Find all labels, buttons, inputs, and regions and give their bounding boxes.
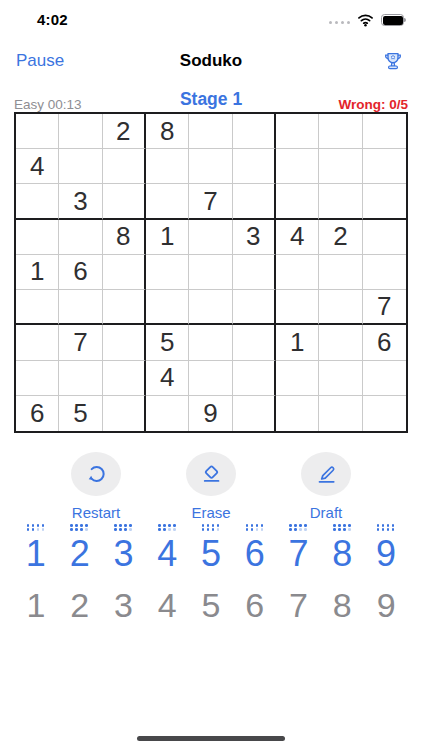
numpad-digit-6[interactable]: 6 bbox=[233, 524, 277, 572]
grid-cell-r2c3[interactable] bbox=[103, 149, 146, 184]
remaining-dots bbox=[246, 524, 265, 533]
trophy-button[interactable] bbox=[381, 48, 407, 76]
remaining-dots bbox=[202, 524, 221, 533]
sudoku-board: 284378134216775164659 bbox=[14, 112, 408, 433]
grid-cell-r9c3[interactable] bbox=[103, 396, 146, 431]
grid-cell-r4c5[interactable] bbox=[189, 220, 232, 255]
grid-cell-r4c2[interactable] bbox=[59, 220, 102, 255]
grid-cell-r1c5[interactable] bbox=[189, 114, 232, 149]
grid-cell-r7c5[interactable] bbox=[189, 325, 232, 360]
grid-cell-r3c9[interactable] bbox=[363, 184, 406, 219]
restart-icon bbox=[83, 461, 110, 488]
wifi-icon bbox=[356, 13, 375, 27]
grid-cell-r5c8[interactable] bbox=[319, 255, 362, 290]
remaining-dots bbox=[27, 524, 46, 533]
grid-cell-r3c6[interactable] bbox=[233, 184, 276, 219]
grid-cell-r7c3[interactable] bbox=[103, 325, 146, 360]
numpad-inactive-digit-5[interactable]: 5 bbox=[189, 588, 233, 622]
grid-cell-r8c3[interactable] bbox=[103, 361, 146, 396]
grid-cell-r2c1[interactable]: 4 bbox=[16, 149, 59, 184]
erase-button[interactable]: Erase bbox=[171, 452, 251, 521]
remaining-dots bbox=[70, 524, 89, 533]
grid-cell-r6c6[interactable] bbox=[233, 290, 276, 325]
remaining-dots bbox=[377, 524, 396, 533]
grid-cell-r7c2[interactable]: 7 bbox=[59, 325, 102, 360]
grid-cell-r6c7[interactable] bbox=[276, 290, 319, 325]
grid-cell-r1c8[interactable] bbox=[319, 114, 362, 149]
grid-cell-r2c5[interactable] bbox=[189, 149, 232, 184]
numpad-digit-7[interactable]: 7 bbox=[277, 524, 321, 572]
grid-cell-r9c7[interactable] bbox=[276, 396, 319, 431]
home-indicator[interactable] bbox=[137, 736, 285, 741]
numpad-digit-1[interactable]: 1 bbox=[14, 524, 58, 572]
grid-cell-r4c8[interactable]: 2 bbox=[319, 220, 362, 255]
grid-cell-r9c9[interactable] bbox=[363, 396, 406, 431]
grid-cell-r2c7[interactable] bbox=[276, 149, 319, 184]
grid-cell-r7c9[interactable]: 6 bbox=[363, 325, 406, 360]
grid-cell-r9c2[interactable]: 5 bbox=[59, 396, 102, 431]
numpad-digit-2[interactable]: 2 bbox=[58, 524, 102, 572]
numpad-digit-4[interactable]: 4 bbox=[145, 524, 189, 572]
grid-cell-r1c9[interactable] bbox=[363, 114, 406, 149]
erase-label: Erase bbox=[191, 504, 230, 521]
grid-cell-r1c4[interactable]: 8 bbox=[146, 114, 189, 149]
eraser-icon bbox=[198, 461, 225, 488]
draft-label: Draft bbox=[310, 504, 343, 521]
grid-cell-r3c2[interactable]: 3 bbox=[59, 184, 102, 219]
trophy-icon bbox=[381, 48, 405, 74]
grid-cell-r3c3[interactable] bbox=[103, 184, 146, 219]
numpad-inactive-digit-4[interactable]: 4 bbox=[145, 588, 189, 622]
cellular-dots-icon bbox=[329, 17, 350, 24]
grid-cell-r7c7[interactable]: 1 bbox=[276, 325, 319, 360]
grid-cell-r9c6[interactable] bbox=[233, 396, 276, 431]
grid-cell-r6c3[interactable] bbox=[103, 290, 146, 325]
grid-cell-r8c2[interactable] bbox=[59, 361, 102, 396]
grid-cell-r7c6[interactable] bbox=[233, 325, 276, 360]
grid-cell-r1c1[interactable] bbox=[16, 114, 59, 149]
battery-icon bbox=[381, 14, 406, 26]
sudoku-app-screen: 4:02 Pause Soduko bbox=[0, 0, 422, 750]
numpad-inactive-digit-9[interactable]: 9 bbox=[364, 588, 408, 622]
grid-cell-r6c4[interactable] bbox=[146, 290, 189, 325]
grid-cell-r9c5[interactable]: 9 bbox=[189, 396, 232, 431]
remaining-dots bbox=[333, 524, 352, 533]
grid-cell-r5c9[interactable] bbox=[363, 255, 406, 290]
grid-cell-r9c4[interactable] bbox=[146, 396, 189, 431]
remaining-dots bbox=[289, 524, 308, 533]
grid-cell-r4c4[interactable]: 1 bbox=[146, 220, 189, 255]
grid-cell-r5c3[interactable] bbox=[103, 255, 146, 290]
status-bar: 4:02 bbox=[0, 0, 422, 44]
grid-cell-r8c9[interactable] bbox=[363, 361, 406, 396]
grid-cell-r8c5[interactable] bbox=[189, 361, 232, 396]
grid-cell-r4c9[interactable] bbox=[363, 220, 406, 255]
grid-cell-r8c4[interactable]: 4 bbox=[146, 361, 189, 396]
numpad-digit-3[interactable]: 3 bbox=[102, 524, 146, 572]
grid-cell-r3c5[interactable]: 7 bbox=[189, 184, 232, 219]
grid-cell-r1c7[interactable] bbox=[276, 114, 319, 149]
grid-cell-r2c8[interactable] bbox=[319, 149, 362, 184]
grid-cell-r5c4[interactable] bbox=[146, 255, 189, 290]
numpad-active: 123456789 bbox=[14, 524, 408, 572]
grid-cell-r3c8[interactable] bbox=[319, 184, 362, 219]
grid-cell-r5c1[interactable]: 1 bbox=[16, 255, 59, 290]
grid-cell-r2c6[interactable] bbox=[233, 149, 276, 184]
grid-cell-r5c6[interactable] bbox=[233, 255, 276, 290]
numpad-inactive-digit-6[interactable]: 6 bbox=[233, 588, 277, 622]
remaining-dots bbox=[114, 524, 133, 533]
grid-cell-r6c2[interactable] bbox=[59, 290, 102, 325]
grid-cell-r7c1[interactable] bbox=[16, 325, 59, 360]
numpad-inactive-digit-3[interactable]: 3 bbox=[102, 588, 146, 622]
grid-cell-r2c2[interactable] bbox=[59, 149, 102, 184]
grid-cell-r1c3[interactable]: 2 bbox=[103, 114, 146, 149]
grid-cell-r6c8[interactable] bbox=[319, 290, 362, 325]
grid-cell-r3c1[interactable] bbox=[16, 184, 59, 219]
numpad-digit-5[interactable]: 5 bbox=[189, 524, 233, 572]
grid-cell-r3c7[interactable] bbox=[276, 184, 319, 219]
nav-bar: Pause Soduko bbox=[0, 44, 422, 80]
grid-cell-r9c8[interactable] bbox=[319, 396, 362, 431]
grid-cell-r1c6[interactable] bbox=[233, 114, 276, 149]
restart-label: Restart bbox=[72, 504, 120, 521]
grid-cell-r2c4[interactable] bbox=[146, 149, 189, 184]
numpad-inactive-digit-7[interactable]: 7 bbox=[277, 588, 321, 622]
grid-cell-r8c7[interactable] bbox=[276, 361, 319, 396]
grid-cell-r7c8[interactable] bbox=[319, 325, 362, 360]
grid-cell-r6c5[interactable] bbox=[189, 290, 232, 325]
page-title: Soduko bbox=[0, 51, 422, 71]
grid-cell-r4c6[interactable]: 3 bbox=[233, 220, 276, 255]
action-bar: Restart Erase Draft bbox=[56, 452, 366, 521]
draft-button[interactable]: Draft bbox=[286, 452, 366, 521]
grid-cell-r8c8[interactable] bbox=[319, 361, 362, 396]
grid-cell-r8c1[interactable] bbox=[16, 361, 59, 396]
grid-cell-r4c3[interactable]: 8 bbox=[103, 220, 146, 255]
wrong-counter: Wrong: 0/5 bbox=[338, 97, 408, 112]
clock-time: 4:02 bbox=[37, 11, 68, 28]
pencil-icon bbox=[313, 461, 340, 488]
grid-cell-r5c5[interactable] bbox=[189, 255, 232, 290]
numpad-inactive-digit-1[interactable]: 1 bbox=[14, 588, 58, 622]
restart-button[interactable]: Restart bbox=[56, 452, 136, 521]
grid-cell-r1c2[interactable] bbox=[59, 114, 102, 149]
grid-cell-r4c7[interactable]: 4 bbox=[276, 220, 319, 255]
numpad-digit-8[interactable]: 8 bbox=[320, 524, 364, 572]
grid-cell-r6c1[interactable] bbox=[16, 290, 59, 325]
grid-cell-r9c1[interactable]: 6 bbox=[16, 396, 59, 431]
grid-cell-r4c1[interactable] bbox=[16, 220, 59, 255]
grid-cell-r5c7[interactable] bbox=[276, 255, 319, 290]
numpad-inactive-digit-2[interactable]: 2 bbox=[58, 588, 102, 622]
grid-cell-r8c6[interactable] bbox=[233, 361, 276, 396]
grid-cell-r3c4[interactable] bbox=[146, 184, 189, 219]
numpad-inactive-digit-8[interactable]: 8 bbox=[320, 588, 364, 622]
grid-cell-r7c4[interactable]: 5 bbox=[146, 325, 189, 360]
grid-cell-r2c9[interactable] bbox=[363, 149, 406, 184]
remaining-dots bbox=[158, 524, 177, 533]
grid-cell-r5c2[interactable]: 6 bbox=[59, 255, 102, 290]
grid-cell-r6c9[interactable]: 7 bbox=[363, 290, 406, 325]
numpad-inactive: 123456789 bbox=[14, 588, 408, 622]
numpad-digit-9[interactable]: 9 bbox=[364, 524, 408, 572]
